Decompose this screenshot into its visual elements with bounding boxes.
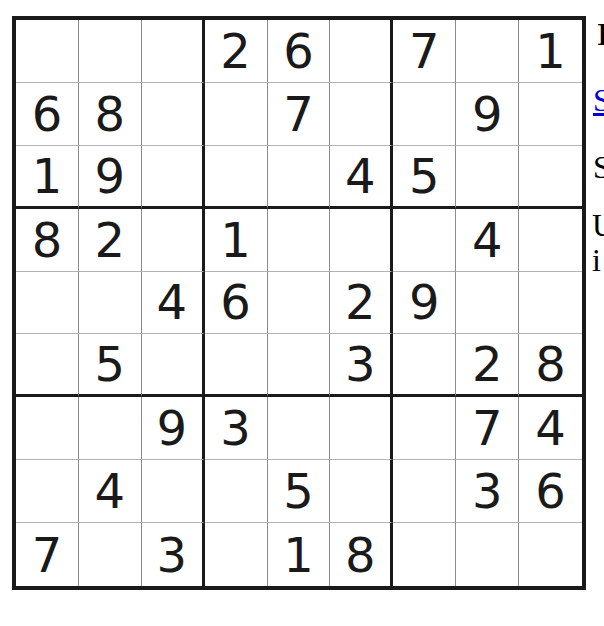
- cell-r2c2: 8: [79, 83, 142, 146]
- cell-r3c7: 5: [393, 146, 456, 209]
- cell-r1c7: 7: [393, 20, 456, 83]
- cell-r7c5: [268, 397, 331, 460]
- cell-r1c4: 2: [205, 20, 268, 83]
- cell-r2c9: [519, 83, 582, 146]
- cell-r6c4: [205, 334, 268, 397]
- cell-r7c1: [16, 397, 79, 460]
- cell-r4c1: 8: [16, 209, 79, 272]
- cell-r7c7: [393, 397, 456, 460]
- right-text-fragment-1: S: [593, 149, 604, 186]
- cell-r4c6: [330, 209, 393, 272]
- cell-r1c2: [79, 20, 142, 83]
- cell-r6c1: [16, 334, 79, 397]
- cell-r4c9: [519, 209, 582, 272]
- cell-r5c9: [519, 272, 582, 335]
- cell-r6c9: 8: [519, 334, 582, 397]
- cell-r7c4: 3: [205, 397, 268, 460]
- cell-r5c5: [268, 272, 331, 335]
- cell-r1c8: [456, 20, 519, 83]
- cell-r7c2: [79, 397, 142, 460]
- cell-r9c6: 8: [330, 523, 393, 586]
- cell-r3c5: [268, 146, 331, 209]
- cell-r1c9: 1: [519, 20, 582, 83]
- cell-r3c4: [205, 146, 268, 209]
- cell-r4c4: 1: [205, 209, 268, 272]
- cell-r7c8: 7: [456, 397, 519, 460]
- sudoku-board: 267168791945821446295328937445367318: [12, 16, 586, 590]
- cell-r6c2: 5: [79, 334, 142, 397]
- cell-r9c8: [456, 523, 519, 586]
- cell-r7c3: 9: [142, 397, 205, 460]
- right-text-fragment-3: i: [592, 242, 601, 279]
- cell-r8c3: [142, 460, 205, 523]
- cell-r9c7: [393, 523, 456, 586]
- cell-r2c4: [205, 83, 268, 146]
- cell-r7c9: 4: [519, 397, 582, 460]
- cell-r9c3: 3: [142, 523, 205, 586]
- cell-r3c9: [519, 146, 582, 209]
- cell-r2c1: 6: [16, 83, 79, 146]
- cell-r3c2: 9: [79, 146, 142, 209]
- cell-r8c6: [330, 460, 393, 523]
- cell-r9c9: [519, 523, 582, 586]
- cell-r3c1: 1: [16, 146, 79, 209]
- cell-r2c8: 9: [456, 83, 519, 146]
- cell-r3c3: [142, 146, 205, 209]
- cell-r1c3: [142, 20, 205, 83]
- cell-r9c2: [79, 523, 142, 586]
- cell-r1c1: [16, 20, 79, 83]
- cell-r9c5: 1: [268, 523, 331, 586]
- cell-r1c6: [330, 20, 393, 83]
- cell-r4c8: 4: [456, 209, 519, 272]
- cell-r2c7: [393, 83, 456, 146]
- cell-r3c8: [456, 146, 519, 209]
- cell-r6c8: 2: [456, 334, 519, 397]
- cell-r4c5: [268, 209, 331, 272]
- cell-r5c4: 6: [205, 272, 268, 335]
- cell-r9c1: 7: [16, 523, 79, 586]
- cell-r4c2: 2: [79, 209, 142, 272]
- cell-r1c5: 6: [268, 20, 331, 83]
- cell-r5c2: [79, 272, 142, 335]
- cell-r3c6: 4: [330, 146, 393, 209]
- cell-r7c6: [330, 397, 393, 460]
- cell-r4c7: [393, 209, 456, 272]
- cell-r2c3: [142, 83, 205, 146]
- cell-r8c4: [205, 460, 268, 523]
- cell-r8c2: 4: [79, 460, 142, 523]
- cell-r9c4: [205, 523, 268, 586]
- cell-r2c6: [330, 83, 393, 146]
- cell-r6c5: [268, 334, 331, 397]
- right-text-fragment-2: U: [592, 207, 604, 244]
- right-text-fragment-heading: I: [597, 16, 604, 53]
- cell-r8c1: [16, 460, 79, 523]
- cell-r2c5: 7: [268, 83, 331, 146]
- cell-r6c7: [393, 334, 456, 397]
- cell-r5c7: 9: [393, 272, 456, 335]
- cell-r5c6: 2: [330, 272, 393, 335]
- cell-r8c7: [393, 460, 456, 523]
- cell-r6c3: [142, 334, 205, 397]
- cell-r5c3: 4: [142, 272, 205, 335]
- cell-r8c8: 3: [456, 460, 519, 523]
- right-text-fragment-link[interactable]: S: [593, 82, 604, 119]
- cell-r5c1: [16, 272, 79, 335]
- cell-r8c9: 6: [519, 460, 582, 523]
- cell-r8c5: 5: [268, 460, 331, 523]
- cell-r4c3: [142, 209, 205, 272]
- cell-r5c8: [456, 272, 519, 335]
- cell-r6c6: 3: [330, 334, 393, 397]
